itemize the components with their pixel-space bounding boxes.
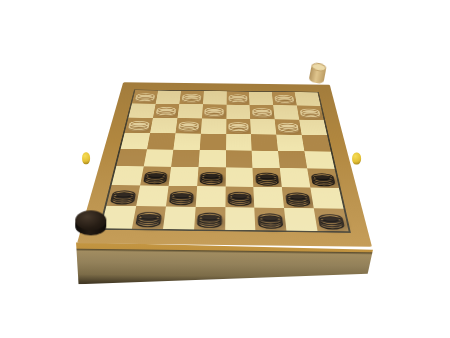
board-square[interactable]: ⛂ bbox=[255, 208, 287, 231]
brass-latch-right bbox=[352, 153, 361, 165]
board-square[interactable] bbox=[299, 120, 327, 135]
board-square[interactable] bbox=[121, 133, 150, 150]
board-square[interactable] bbox=[150, 118, 177, 133]
board-square[interactable] bbox=[251, 134, 278, 151]
board-square[interactable] bbox=[199, 133, 225, 150]
board-square[interactable] bbox=[284, 208, 317, 231]
checker-piece-dark[interactable]: ⛂ bbox=[167, 184, 195, 206]
checker-piece-light[interactable]: ⛂ bbox=[203, 103, 225, 118]
checker-piece-dark[interactable]: ⛂ bbox=[254, 167, 280, 188]
board-square[interactable]: ⛂ bbox=[226, 91, 250, 104]
board-square[interactable]: ⛂ bbox=[250, 105, 275, 119]
checkers-box: ⛂⛂⛂⛂⛂⛂⛂⛂⛂⛂⛂⛂⛂⛂⛂⛂⛂⛂⛂⛂⛂⛂⛂⛂ bbox=[0, 0, 450, 338]
board-square[interactable] bbox=[276, 134, 304, 151]
board-square[interactable] bbox=[116, 149, 147, 167]
checker-piece-dark[interactable]: ⛂ bbox=[256, 206, 285, 230]
checker-piece-dark[interactable]: ⛂ bbox=[142, 165, 170, 185]
checker-piece-light[interactable]: ⛂ bbox=[154, 103, 178, 118]
checker-piece-light[interactable]: ⛂ bbox=[273, 91, 296, 105]
board-square[interactable] bbox=[278, 151, 307, 169]
checker-piece-light[interactable]: ⛂ bbox=[227, 117, 250, 133]
board-square[interactable]: ⛂ bbox=[197, 167, 226, 186]
checker-piece-dark[interactable]: ⛂ bbox=[309, 167, 338, 188]
board-square[interactable] bbox=[302, 135, 331, 152]
board-square[interactable]: ⛂ bbox=[106, 185, 140, 206]
checker-piece-light[interactable]: ⛂ bbox=[133, 89, 157, 103]
checker-piece-dark[interactable]: ⛂ bbox=[227, 185, 253, 207]
board-square[interactable]: ⛂ bbox=[307, 169, 339, 188]
board-square[interactable]: ⛂ bbox=[253, 168, 282, 187]
checkers-board: ⛂⛂⛂⛂⛂⛂⛂⛂⛂⛂⛂⛂⛂⛂⛂⛂⛂⛂⛂⛂⛂⛂⛂⛂ bbox=[98, 89, 350, 232]
piece-top bbox=[75, 210, 106, 230]
board-square[interactable]: ⛂ bbox=[282, 187, 314, 208]
board-square[interactable]: ⛂ bbox=[125, 117, 153, 132]
checker-piece-light[interactable]: ⛂ bbox=[276, 118, 300, 134]
board-square[interactable]: ⛂ bbox=[225, 187, 255, 208]
checker-piece-light[interactable]: ⛂ bbox=[298, 104, 322, 119]
photo-background: ⛂⛂⛂⛂⛂⛂⛂⛂⛂⛂⛂⛂⛂⛂⛂⛂⛂⛂⛂⛂⛂⛂⛂⛂ bbox=[0, 0, 450, 338]
board-square[interactable]: ⛂ bbox=[226, 119, 251, 134]
box-front-face bbox=[73, 240, 376, 290]
board-square[interactable]: ⛂ bbox=[202, 104, 227, 118]
board-square[interactable] bbox=[147, 133, 175, 150]
board-square[interactable] bbox=[226, 134, 252, 151]
board-square[interactable]: ⛂ bbox=[194, 207, 225, 230]
board-square[interactable]: ⛂ bbox=[166, 186, 197, 207]
checker-piece-light[interactable]: ⛂ bbox=[251, 104, 274, 119]
board-square[interactable]: ⛂ bbox=[314, 208, 349, 231]
light-checker-on-frame-corner[interactable] bbox=[308, 62, 328, 86]
board-square[interactable]: ⛂ bbox=[175, 118, 201, 133]
checker-piece-dark[interactable]: ⛂ bbox=[133, 205, 164, 229]
board-square[interactable] bbox=[173, 133, 200, 150]
board-frame: ⛂⛂⛂⛂⛂⛂⛂⛂⛂⛂⛂⛂⛂⛂⛂⛂⛂⛂⛂⛂⛂⛂⛂⛂ bbox=[77, 82, 372, 246]
dark-checker-on-frame-corner[interactable] bbox=[75, 210, 107, 240]
checker-piece-dark[interactable]: ⛂ bbox=[315, 207, 347, 231]
checker-piece-light[interactable]: ⛂ bbox=[126, 116, 152, 132]
checker-piece-light[interactable]: ⛂ bbox=[227, 90, 248, 104]
board-square[interactable]: ⛂ bbox=[140, 167, 171, 186]
board-square[interactable] bbox=[225, 150, 252, 168]
board-square[interactable]: ⛂ bbox=[132, 206, 166, 229]
brass-latch-left bbox=[82, 152, 90, 164]
board-square[interactable] bbox=[250, 119, 276, 134]
board-square[interactable]: ⛂ bbox=[179, 91, 204, 104]
checker-piece-light[interactable]: ⛂ bbox=[180, 90, 202, 104]
board-square[interactable] bbox=[171, 149, 200, 167]
board-square[interactable]: ⛂ bbox=[275, 119, 302, 134]
checker-piece-dark[interactable]: ⛂ bbox=[283, 186, 312, 208]
board-square[interactable]: ⛂ bbox=[132, 90, 158, 103]
board-square[interactable] bbox=[163, 207, 196, 230]
checker-piece-dark[interactable]: ⛂ bbox=[195, 205, 223, 229]
board-square[interactable]: ⛂ bbox=[153, 104, 179, 118]
board-square[interactable]: ⛂ bbox=[297, 105, 324, 119]
checker-piece-light[interactable]: ⛂ bbox=[177, 117, 201, 133]
board-square[interactable] bbox=[201, 118, 226, 133]
checker-piece-dark[interactable]: ⛂ bbox=[108, 184, 139, 206]
checker-piece-dark[interactable]: ⛂ bbox=[198, 166, 224, 187]
board-square[interactable]: ⛂ bbox=[272, 92, 297, 105]
board-square[interactable] bbox=[225, 207, 256, 230]
